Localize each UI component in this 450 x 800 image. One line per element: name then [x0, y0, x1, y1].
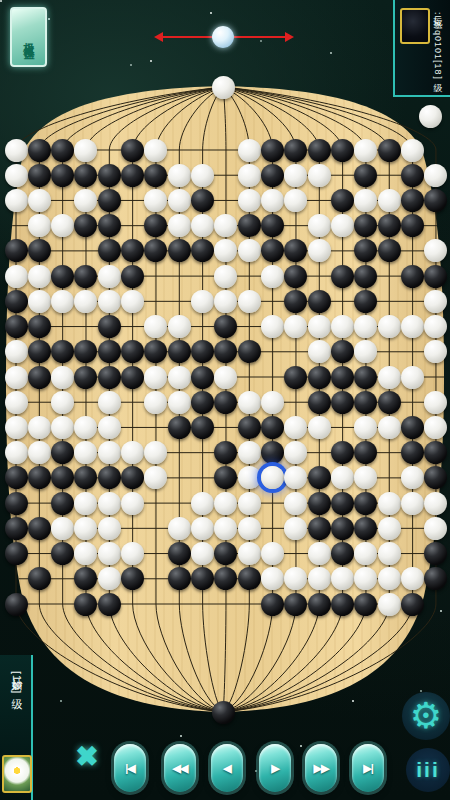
white-stone[interactable]	[378, 366, 401, 389]
white-stone[interactable]	[98, 416, 121, 439]
black-stone[interactable]	[191, 189, 214, 212]
floating-white-stone[interactable]	[419, 105, 442, 128]
close-button[interactable]: ✖	[70, 740, 104, 774]
settings-gear-button[interactable]: ⚙	[402, 692, 450, 740]
black-stone[interactable]	[261, 139, 284, 162]
white-stone[interactable]	[308, 340, 331, 363]
view-rotation-slider-knob[interactable]	[212, 26, 234, 48]
black-stone[interactable]	[51, 492, 74, 515]
black-stone[interactable]	[378, 139, 401, 162]
black-stone[interactable]	[28, 567, 51, 590]
white-stone[interactable]	[98, 567, 121, 590]
white-stone[interactable]	[401, 366, 424, 389]
white-stone[interactable]	[308, 214, 331, 237]
black-stone[interactable]	[74, 366, 97, 389]
white-stone[interactable]	[51, 391, 74, 414]
white-stone[interactable]	[144, 366, 167, 389]
black-stone[interactable]	[5, 290, 28, 313]
black-stone[interactable]	[308, 466, 331, 489]
white-stone[interactable]	[214, 492, 237, 515]
black-stone[interactable]	[121, 265, 144, 288]
black-stone[interactable]	[354, 265, 377, 288]
black-stone[interactable]	[51, 265, 74, 288]
white-stone[interactable]	[308, 315, 331, 338]
white-stone[interactable]	[5, 189, 28, 212]
black-stone[interactable]	[28, 315, 51, 338]
white-stone[interactable]	[98, 391, 121, 414]
white-stone[interactable]	[378, 517, 401, 540]
black-stone[interactable]	[331, 139, 354, 162]
black-stone[interactable]	[51, 164, 74, 187]
white-stone[interactable]	[378, 315, 401, 338]
white-stone[interactable]	[51, 416, 74, 439]
white-stone[interactable]	[424, 492, 447, 515]
south-pole-stone[interactable]	[212, 701, 235, 724]
white-stone[interactable]	[238, 517, 261, 540]
black-stone[interactable]	[168, 542, 191, 565]
black-stone[interactable]	[5, 239, 28, 262]
fast-forward-button[interactable]: ▶▶	[305, 744, 337, 792]
white-stone[interactable]	[401, 315, 424, 338]
black-stone[interactable]	[284, 593, 307, 616]
black-stone[interactable]	[331, 391, 354, 414]
black-stone[interactable]	[308, 492, 331, 515]
white-stone[interactable]	[5, 366, 28, 389]
white-stone[interactable]	[74, 139, 97, 162]
black-stone[interactable]	[401, 164, 424, 187]
white-stone[interactable]	[168, 189, 191, 212]
white-stone[interactable]	[168, 164, 191, 187]
black-stone[interactable]	[401, 416, 424, 439]
white-stone[interactable]	[5, 416, 28, 439]
black-stone[interactable]	[191, 391, 214, 414]
white-stone[interactable]	[98, 517, 121, 540]
white-stone[interactable]	[308, 542, 331, 565]
next-move-button[interactable]: ▶	[259, 744, 291, 792]
white-player-panel: 玩家:Lzlq0101[18级]	[393, 0, 450, 97]
white-stone[interactable]	[238, 139, 261, 162]
white-stone[interactable]	[144, 139, 167, 162]
white-stone[interactable]	[28, 189, 51, 212]
white-stone[interactable]	[28, 290, 51, 313]
white-stone[interactable]	[308, 567, 331, 590]
white-stone[interactable]	[5, 340, 28, 363]
white-stone[interactable]	[51, 517, 74, 540]
rewind-button[interactable]: ◀◀	[164, 744, 196, 792]
black-stone[interactable]	[238, 416, 261, 439]
black-stone[interactable]	[331, 189, 354, 212]
black-stone[interactable]	[121, 366, 144, 389]
black-stone[interactable]	[284, 265, 307, 288]
black-stone[interactable]	[378, 239, 401, 262]
black-stone[interactable]	[5, 593, 28, 616]
app-title: 极点棋盘	[21, 33, 36, 41]
white-stone[interactable]	[331, 315, 354, 338]
black-stone[interactable]	[5, 315, 28, 338]
black-stone[interactable]	[401, 189, 424, 212]
black-stone[interactable]	[191, 366, 214, 389]
white-stone[interactable]	[98, 542, 121, 565]
white-stone[interactable]	[168, 315, 191, 338]
white-stone[interactable]	[121, 290, 144, 313]
black-stone[interactable]	[98, 315, 121, 338]
black-stone[interactable]	[424, 265, 447, 288]
white-stone[interactable]	[98, 492, 121, 515]
white-stone[interactable]	[354, 139, 377, 162]
prev-move-button[interactable]: ◀	[211, 744, 243, 792]
white-stone[interactable]	[214, 265, 237, 288]
white-stone[interactable]	[238, 441, 261, 464]
black-stone[interactable]	[378, 391, 401, 414]
white-stone[interactable]	[284, 492, 307, 515]
white-stone[interactable]	[51, 290, 74, 313]
black-stone[interactable]	[308, 517, 331, 540]
black-stone[interactable]	[98, 189, 121, 212]
black-stone[interactable]	[121, 164, 144, 187]
black-stone[interactable]	[5, 542, 28, 565]
black-stone[interactable]	[238, 214, 261, 237]
white-stone[interactable]	[238, 189, 261, 212]
white-stone[interactable]	[168, 391, 191, 414]
white-stone[interactable]	[28, 265, 51, 288]
white-stone[interactable]	[238, 164, 261, 187]
white-stone[interactable]	[191, 164, 214, 187]
more-options-button[interactable]: iii	[406, 748, 450, 792]
app-window: 极点棋盘 玩家:Lzlq0101[18级] 妙如[13级] ✖ |◀ ◀◀ ◀ …	[0, 0, 450, 800]
white-stone[interactable]	[238, 391, 261, 414]
black-stone[interactable]	[168, 416, 191, 439]
white-stone[interactable]	[5, 164, 28, 187]
black-stone[interactable]	[331, 517, 354, 540]
to-start-button[interactable]: |◀	[114, 744, 146, 792]
black-stone[interactable]	[98, 164, 121, 187]
black-stone[interactable]	[168, 340, 191, 363]
white-stone[interactable]	[308, 239, 331, 262]
black-stone[interactable]	[331, 593, 354, 616]
white-stone[interactable]	[98, 441, 121, 464]
black-stone[interactable]	[401, 593, 424, 616]
black-stone[interactable]	[5, 517, 28, 540]
black-stone[interactable]	[238, 340, 261, 363]
black-stone[interactable]	[51, 139, 74, 162]
app-title-badge: 极点棋盘	[10, 7, 47, 67]
white-player-label: 玩家:Lzlq0101[18级]	[431, 10, 444, 80]
black-stone[interactable]	[308, 366, 331, 389]
black-stone[interactable]	[354, 366, 377, 389]
black-stone[interactable]	[331, 265, 354, 288]
white-stone[interactable]	[378, 416, 401, 439]
white-stone[interactable]	[261, 265, 284, 288]
white-stone[interactable]	[191, 290, 214, 313]
black-stone[interactable]	[74, 265, 97, 288]
black-stone[interactable]	[5, 466, 28, 489]
white-stone[interactable]	[378, 542, 401, 565]
white-stone[interactable]	[28, 441, 51, 464]
white-stone[interactable]	[261, 391, 284, 414]
white-stone[interactable]	[51, 366, 74, 389]
white-stone[interactable]	[168, 517, 191, 540]
white-stone[interactable]	[238, 492, 261, 515]
white-stone[interactable]	[168, 366, 191, 389]
white-stone[interactable]	[308, 416, 331, 439]
black-stone[interactable]	[74, 593, 97, 616]
white-stone[interactable]	[5, 139, 28, 162]
black-stone[interactable]	[331, 366, 354, 389]
white-stone[interactable]	[28, 214, 51, 237]
white-stone[interactable]	[98, 265, 121, 288]
black-stone[interactable]	[401, 265, 424, 288]
black-stone[interactable]	[354, 593, 377, 616]
black-player-panel: 妙如[13级]	[0, 655, 33, 800]
black-player-avatar[interactable]	[2, 755, 32, 793]
to-end-button[interactable]: ▶|	[352, 744, 384, 792]
black-stone[interactable]	[121, 139, 144, 162]
black-stone[interactable]	[308, 139, 331, 162]
black-stone[interactable]	[284, 139, 307, 162]
black-stone[interactable]	[331, 492, 354, 515]
black-stone[interactable]	[98, 214, 121, 237]
white-stone[interactable]	[378, 593, 401, 616]
white-stone[interactable]	[5, 265, 28, 288]
black-stone[interactable]	[378, 214, 401, 237]
white-stone[interactable]	[28, 416, 51, 439]
black-stone[interactable]	[261, 416, 284, 439]
black-stone[interactable]	[261, 164, 284, 187]
black-stone[interactable]	[191, 416, 214, 439]
white-stone[interactable]	[378, 492, 401, 515]
white-player-avatar[interactable]	[400, 8, 430, 44]
white-stone[interactable]	[191, 517, 214, 540]
black-stone[interactable]	[5, 492, 28, 515]
black-stone[interactable]	[354, 492, 377, 515]
white-stone[interactable]	[378, 567, 401, 590]
white-stone[interactable]	[214, 366, 237, 389]
black-stone[interactable]	[98, 366, 121, 389]
black-stone[interactable]	[308, 290, 331, 313]
black-stone[interactable]	[28, 517, 51, 540]
black-stone[interactable]	[28, 139, 51, 162]
black-stone[interactable]	[28, 164, 51, 187]
black-player-label: 妙如[13级]	[9, 669, 24, 694]
white-stone[interactable]	[191, 492, 214, 515]
white-stone[interactable]	[401, 139, 424, 162]
white-stone[interactable]	[238, 542, 261, 565]
black-stone[interactable]	[238, 567, 261, 590]
black-stone[interactable]	[308, 391, 331, 414]
black-stone[interactable]	[308, 593, 331, 616]
black-stone[interactable]	[98, 593, 121, 616]
white-stone[interactable]	[5, 441, 28, 464]
black-stone[interactable]	[168, 567, 191, 590]
white-stone[interactable]	[401, 492, 424, 515]
white-stone[interactable]	[98, 290, 121, 313]
north-pole-stone[interactable]	[212, 76, 235, 99]
white-stone[interactable]	[168, 214, 191, 237]
black-stone[interactable]	[28, 340, 51, 363]
white-stone[interactable]	[308, 164, 331, 187]
white-stone[interactable]	[378, 189, 401, 212]
black-stone[interactable]	[261, 593, 284, 616]
white-stone[interactable]	[5, 391, 28, 414]
black-stone[interactable]	[331, 542, 354, 565]
black-stone[interactable]	[284, 366, 307, 389]
white-stone[interactable]	[121, 492, 144, 515]
white-stone[interactable]	[238, 290, 261, 313]
white-stone[interactable]	[261, 189, 284, 212]
white-stone[interactable]	[74, 492, 97, 515]
black-stone[interactable]	[28, 366, 51, 389]
black-stone[interactable]	[98, 340, 121, 363]
